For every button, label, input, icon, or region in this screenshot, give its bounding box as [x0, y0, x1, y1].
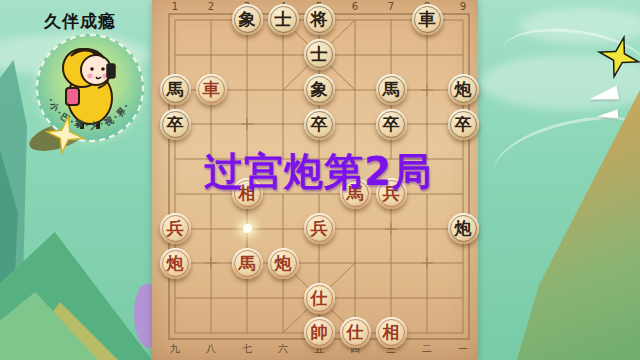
- channel-badge: ·小·巴·掌·大·视·界·: [36, 34, 144, 142]
- piece-red-車[interactable]: 車: [196, 74, 227, 105]
- piece-red-兵[interactable]: 兵: [304, 213, 335, 244]
- piece-red-帥[interactable]: 帥: [304, 317, 335, 348]
- piece-red-炮[interactable]: 炮: [160, 248, 191, 279]
- piece-black-炮[interactable]: 炮: [448, 74, 479, 105]
- shine-triangle-icon: [596, 109, 619, 120]
- piece-black-車[interactable]: 車: [412, 4, 443, 35]
- channel-name: 久伴成瘾: [10, 10, 150, 33]
- piece-black-卒[interactable]: 卒: [160, 109, 191, 140]
- video-frame: { "game": "xiangqi (Chinese chess)", "ca…: [0, 0, 640, 360]
- last-move-dot: [243, 224, 252, 233]
- piece-red-仕[interactable]: 仕: [340, 317, 371, 348]
- piece-black-士[interactable]: 士: [268, 4, 299, 35]
- piece-red-兵[interactable]: 兵: [160, 213, 191, 244]
- channel-tagline: ·小·巴·掌·大·视·界·: [45, 96, 132, 131]
- piece-black-象[interactable]: 象: [304, 74, 335, 105]
- piece-red-相[interactable]: 相: [376, 317, 407, 348]
- svg-text:·小·巴·掌·大·视·界·: ·小·巴·掌·大·视·界·: [45, 96, 132, 131]
- piece-black-士[interactable]: 士: [304, 39, 335, 70]
- piece-black-将[interactable]: 将: [304, 4, 335, 35]
- piece-red-仕[interactable]: 仕: [304, 283, 335, 314]
- piece-black-炮[interactable]: 炮: [448, 213, 479, 244]
- piece-black-卒[interactable]: 卒: [376, 109, 407, 140]
- video-caption: 过宫炮第2局: [204, 145, 432, 199]
- piece-black-象[interactable]: 象: [232, 4, 263, 35]
- piece-black-馬[interactable]: 馬: [160, 74, 191, 105]
- channel-logo: 久伴成瘾 ·小·巴·掌·大·视·界·: [10, 6, 150, 156]
- piece-black-卒[interactable]: 卒: [304, 109, 335, 140]
- piece-red-炮[interactable]: 炮: [268, 248, 299, 279]
- piece-red-馬[interactable]: 馬: [232, 248, 263, 279]
- piece-black-馬[interactable]: 馬: [376, 74, 407, 105]
- piece-black-卒[interactable]: 卒: [448, 109, 479, 140]
